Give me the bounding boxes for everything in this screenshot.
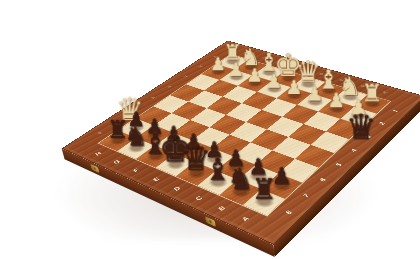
- coordinate-label-a: A: [240, 215, 250, 222]
- coordinate-label-d: D: [172, 186, 181, 192]
- coordinate-label-6: 6: [133, 107, 139, 110]
- chess-set-photo: ♜♞♝♛♚♝♞♜♟♟♟♟♟♟♟♟♟♟♟♟♟♟♟♟♜♞♝♛♚♝♞♜ AABBCCD…: [0, 0, 420, 259]
- piece-shadow: [202, 152, 226, 166]
- piece-shadow: [125, 142, 148, 155]
- piece-shadow: [106, 134, 129, 146]
- piece-shadow: [143, 129, 166, 141]
- brass-clasp-right: [205, 216, 216, 227]
- coordinate-label-3: 3: [364, 134, 372, 139]
- square-h8: ♜: [99, 130, 136, 151]
- piece-shadow: [228, 184, 254, 199]
- coordinate-label-f: F: [132, 168, 140, 173]
- piece-shadow: [264, 84, 285, 94]
- piece-shadow: [163, 158, 187, 172]
- piece-shadow: [269, 178, 295, 193]
- coordinate-label-4: 4: [349, 148, 357, 153]
- coordinate-label-2: 2: [378, 121, 386, 125]
- coordinate-label-3: 3: [183, 75, 188, 78]
- piece-shadow: [325, 103, 348, 114]
- coordinate-label-b: B: [217, 205, 227, 211]
- coordinate-label-h: H: [243, 51, 249, 54]
- coordinate-label-5: 5: [334, 162, 343, 167]
- coordinate-label-a: A: [381, 90, 388, 94]
- coordinate-label-e: E: [152, 177, 160, 183]
- piece-shadow: [184, 166, 209, 180]
- piece-shadow: [259, 68, 280, 78]
- piece-shadow: [251, 194, 278, 210]
- coordinate-label-g: G: [261, 56, 267, 59]
- board-frame: ♜♞♝♛♚♝♞♜♟♟♟♟♟♟♟♟♟♟♟♟♟♟♟♟♜♞♝♛♚♝♞♜ AABBCCD…: [62, 40, 420, 244]
- coordinate-label-c: C: [338, 78, 345, 81]
- piece-shadow: [304, 97, 326, 108]
- coordinate-label-5: 5: [150, 96, 156, 99]
- coordinate-label-8: 8: [284, 209, 293, 215]
- square-a2: ♟: [340, 106, 376, 126]
- brass-clasp-left: [90, 164, 99, 173]
- coordinate-label-4: 4: [167, 85, 173, 88]
- piece-shadow: [125, 122, 147, 134]
- coordinate-label-c: C: [194, 195, 203, 201]
- piece-shadow: [318, 85, 340, 96]
- coordinate-label-8: 8: [97, 131, 103, 135]
- coordinate-label-7: 7: [115, 119, 121, 123]
- piece-shadow: [241, 63, 261, 72]
- piece-shadow: [162, 136, 185, 149]
- piece-shadow: [298, 79, 319, 89]
- piece-shadow: [347, 110, 370, 122]
- piece-shadow: [361, 98, 384, 109]
- scene-3d: ♜♞♝♛♚♝♞♜♟♟♟♟♟♟♟♟♟♟♟♟♟♟♟♟♜♞♝♛♚♝♞♜ AABBCCD…: [0, 0, 420, 259]
- piece-shadow: [223, 57, 243, 66]
- coordinate-label-2: 2: [198, 65, 203, 68]
- coordinate-label-1: 1: [213, 55, 218, 58]
- piece-shadow: [144, 149, 168, 162]
- coordinate-label-g: G: [112, 159, 121, 165]
- piece-shadow: [226, 72, 247, 82]
- coordinate-label-1: 1: [391, 109, 399, 113]
- piece-shadow: [246, 169, 271, 184]
- piece-shadow: [208, 67, 228, 76]
- coordinate-label-e: E: [299, 67, 305, 70]
- coordinate-label-6: 6: [318, 177, 327, 182]
- square-d5: [230, 122, 267, 142]
- coordinate-label-7: 7: [302, 193, 311, 199]
- square-b1: ♞: [332, 88, 367, 106]
- piece-shadow: [244, 78, 265, 88]
- piece-shadow: [224, 160, 249, 174]
- piece-shadow: [205, 175, 230, 190]
- coordinate-label-d: D: [318, 72, 325, 75]
- piece-shadow: [283, 90, 305, 101]
- coordinate-label-f: F: [280, 61, 286, 64]
- coordinate-label-h: H: [94, 151, 102, 156]
- piece-shadow: [278, 74, 299, 84]
- piece-shadow: [339, 92, 361, 103]
- piece-shadow: [182, 144, 206, 157]
- coordinate-label-b: B: [359, 84, 366, 88]
